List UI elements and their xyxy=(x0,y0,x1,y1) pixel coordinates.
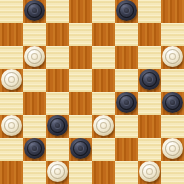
square-h6[interactable] xyxy=(161,46,184,69)
square-c5[interactable] xyxy=(46,69,69,92)
square-a4 xyxy=(0,92,23,115)
black-man-piece[interactable] xyxy=(139,69,160,90)
square-a2 xyxy=(0,138,23,161)
square-d8[interactable] xyxy=(69,0,92,23)
white-man-piece[interactable] xyxy=(162,138,183,159)
black-man-piece[interactable] xyxy=(47,115,68,136)
square-d4[interactable] xyxy=(69,92,92,115)
square-f3 xyxy=(115,115,138,138)
square-d3 xyxy=(69,115,92,138)
square-g7[interactable] xyxy=(138,23,161,46)
square-g1[interactable] xyxy=(138,161,161,184)
square-f8[interactable] xyxy=(115,0,138,23)
black-man-piece[interactable] xyxy=(116,0,137,21)
square-a3[interactable] xyxy=(0,115,23,138)
white-man-piece[interactable] xyxy=(1,69,22,90)
square-c2 xyxy=(46,138,69,161)
square-e8 xyxy=(92,0,115,23)
square-a1[interactable] xyxy=(0,161,23,184)
square-g3[interactable] xyxy=(138,115,161,138)
square-b4[interactable] xyxy=(23,92,46,115)
square-b5 xyxy=(23,69,46,92)
square-a7[interactable] xyxy=(0,23,23,46)
square-b7 xyxy=(23,23,46,46)
square-b3 xyxy=(23,115,46,138)
square-g4 xyxy=(138,92,161,115)
square-e1[interactable] xyxy=(92,161,115,184)
square-a5[interactable] xyxy=(0,69,23,92)
checkers-board xyxy=(0,0,184,184)
black-man-piece[interactable] xyxy=(162,92,183,113)
square-a6 xyxy=(0,46,23,69)
square-e6 xyxy=(92,46,115,69)
square-e7[interactable] xyxy=(92,23,115,46)
square-f5 xyxy=(115,69,138,92)
square-e5[interactable] xyxy=(92,69,115,92)
square-g8 xyxy=(138,0,161,23)
square-c3[interactable] xyxy=(46,115,69,138)
square-f7 xyxy=(115,23,138,46)
square-f2[interactable] xyxy=(115,138,138,161)
square-c1[interactable] xyxy=(46,161,69,184)
square-c6 xyxy=(46,46,69,69)
square-h2[interactable] xyxy=(161,138,184,161)
white-man-piece[interactable] xyxy=(24,46,45,67)
white-man-piece[interactable] xyxy=(93,115,114,136)
square-b8[interactable] xyxy=(23,0,46,23)
square-g5[interactable] xyxy=(138,69,161,92)
square-h8[interactable] xyxy=(161,0,184,23)
square-h3 xyxy=(161,115,184,138)
square-c8 xyxy=(46,0,69,23)
square-a8 xyxy=(0,0,23,23)
square-h7 xyxy=(161,23,184,46)
square-d5 xyxy=(69,69,92,92)
white-man-piece[interactable] xyxy=(1,115,22,136)
square-b2[interactable] xyxy=(23,138,46,161)
square-h5 xyxy=(161,69,184,92)
square-e3[interactable] xyxy=(92,115,115,138)
white-man-piece[interactable] xyxy=(47,161,68,182)
square-c7[interactable] xyxy=(46,23,69,46)
square-b6[interactable] xyxy=(23,46,46,69)
square-e2 xyxy=(92,138,115,161)
square-g6 xyxy=(138,46,161,69)
square-f6[interactable] xyxy=(115,46,138,69)
square-d1 xyxy=(69,161,92,184)
black-man-piece[interactable] xyxy=(24,0,45,21)
white-man-piece[interactable] xyxy=(162,46,183,67)
black-man-piece[interactable] xyxy=(70,138,91,159)
white-man-piece[interactable] xyxy=(139,161,160,182)
square-f1 xyxy=(115,161,138,184)
square-f4[interactable] xyxy=(115,92,138,115)
square-c4 xyxy=(46,92,69,115)
black-man-piece[interactable] xyxy=(24,138,45,159)
square-b1 xyxy=(23,161,46,184)
square-d2[interactable] xyxy=(69,138,92,161)
square-e4 xyxy=(92,92,115,115)
square-g2 xyxy=(138,138,161,161)
square-d6[interactable] xyxy=(69,46,92,69)
black-man-piece[interactable] xyxy=(116,92,137,113)
square-h4[interactable] xyxy=(161,92,184,115)
square-d7 xyxy=(69,23,92,46)
square-h1 xyxy=(161,161,184,184)
